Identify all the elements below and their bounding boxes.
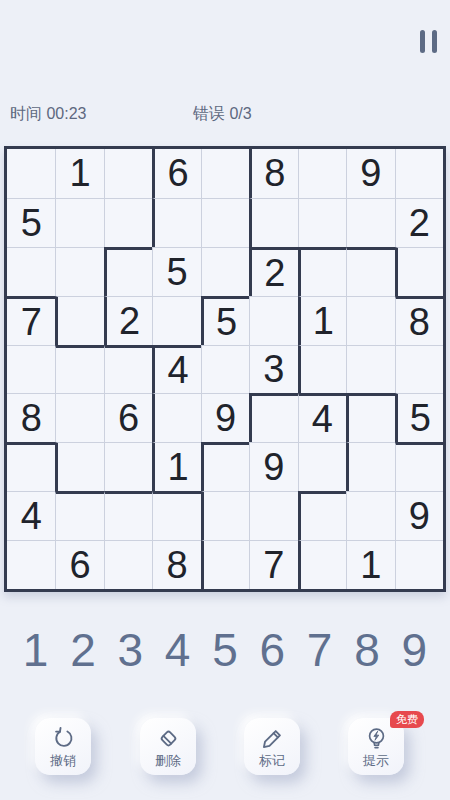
error-value: 0/3 (229, 105, 251, 122)
cell-r2c2[interactable] (55, 198, 103, 247)
timer-label: 时间 (10, 105, 42, 122)
cell-r6c2[interactable] (55, 393, 103, 442)
toolbar: 撤销 删除 标记 免费 提示 (0, 718, 450, 778)
cell-r3c6[interactable]: 2 (249, 247, 297, 296)
cell-r6c7[interactable]: 4 (298, 393, 346, 442)
cell-r5c7[interactable] (298, 345, 346, 394)
cell-r7c1[interactable] (7, 442, 55, 491)
cell-r5c2[interactable] (55, 345, 103, 394)
timer: 时间 00:23 (10, 104, 87, 125)
cell-r2c3[interactable] (104, 198, 152, 247)
cell-r7c9[interactable] (395, 442, 443, 491)
sudoku-board: 1689525272518438694519496871 (4, 146, 446, 592)
cell-r4c3[interactable]: 2 (104, 296, 152, 345)
hint-button[interactable]: 免费 提示 (348, 718, 404, 775)
hint-label: 提示 (363, 753, 389, 768)
cell-r7c8[interactable] (346, 442, 394, 491)
pad-key-1[interactable]: 1 (12, 622, 59, 678)
error-label: 错误 (193, 105, 225, 122)
cell-r4c9[interactable]: 8 (395, 296, 443, 345)
cell-r4c4[interactable] (152, 296, 200, 345)
cell-r1c2[interactable]: 1 (55, 149, 103, 198)
cell-r9c6[interactable]: 7 (249, 540, 297, 589)
hint-bulb-icon (363, 725, 390, 752)
cell-r5c8[interactable] (346, 345, 394, 394)
cell-r2c4[interactable] (152, 198, 200, 247)
eraser-icon (155, 725, 182, 752)
cell-r2c5[interactable] (201, 198, 249, 247)
pad-key-6[interactable]: 6 (249, 622, 296, 678)
cell-r8c7[interactable] (298, 491, 346, 540)
cell-r5c3[interactable] (104, 345, 152, 394)
notes-button[interactable]: 标记 (244, 718, 300, 775)
pad-key-2[interactable]: 2 (59, 622, 106, 678)
cell-r8c4[interactable] (152, 491, 200, 540)
cell-r3c3[interactable] (104, 247, 152, 296)
cell-r1c8[interactable]: 9 (346, 149, 394, 198)
cell-r5c1[interactable] (7, 345, 55, 394)
cell-r1c1[interactable] (7, 149, 55, 198)
cell-r6c5[interactable]: 9 (201, 393, 249, 442)
cell-r4c2[interactable] (55, 296, 103, 345)
cell-r4c1[interactable]: 7 (7, 296, 55, 345)
number-pad: 123456789 (12, 622, 438, 678)
pause-icon (420, 30, 425, 53)
cell-r8c8[interactable] (346, 491, 394, 540)
cell-r9c5[interactable] (201, 540, 249, 589)
undo-label: 撤销 (50, 753, 76, 768)
cell-r5c6[interactable]: 3 (249, 345, 297, 394)
cell-r3c8[interactable] (346, 247, 394, 296)
cell-r2c9[interactable]: 2 (395, 198, 443, 247)
cell-r1c6[interactable]: 8 (249, 149, 297, 198)
cell-r3c9[interactable] (395, 247, 443, 296)
pad-key-4[interactable]: 4 (154, 622, 201, 678)
cell-r5c9[interactable] (395, 345, 443, 394)
pad-key-3[interactable]: 3 (107, 622, 154, 678)
cell-r4c8[interactable] (346, 296, 394, 345)
cell-r9c9[interactable] (395, 540, 443, 589)
cell-r4c6[interactable] (249, 296, 297, 345)
pad-key-5[interactable]: 5 (201, 622, 248, 678)
timer-value: 00:23 (46, 105, 86, 122)
pad-key-7[interactable]: 7 (296, 622, 343, 678)
notes-label: 标记 (259, 753, 285, 768)
cell-r3c4[interactable]: 5 (152, 247, 200, 296)
pad-key-8[interactable]: 8 (343, 622, 390, 678)
cell-r9c8[interactable]: 1 (346, 540, 394, 589)
free-badge: 免费 (390, 711, 424, 728)
cell-r3c2[interactable] (55, 247, 103, 296)
cell-r7c4[interactable]: 1 (152, 442, 200, 491)
cell-r5c5[interactable] (201, 345, 249, 394)
pad-key-9[interactable]: 9 (391, 622, 438, 678)
cell-r7c6[interactable]: 9 (249, 442, 297, 491)
cell-r9c2[interactable]: 6 (55, 540, 103, 589)
cell-r6c1[interactable]: 8 (7, 393, 55, 442)
cell-r1c7[interactable] (298, 149, 346, 198)
cell-r3c1[interactable] (7, 247, 55, 296)
cell-r8c2[interactable] (55, 491, 103, 540)
cell-r8c9[interactable]: 9 (395, 491, 443, 540)
cell-r2c6[interactable] (249, 198, 297, 247)
cell-r6c4[interactable] (152, 393, 200, 442)
cell-r7c2[interactable] (55, 442, 103, 491)
cell-r6c3[interactable]: 6 (104, 393, 152, 442)
error-counter: 错误 0/3 (193, 104, 252, 125)
cell-r1c9[interactable] (395, 149, 443, 198)
cell-r9c3[interactable] (104, 540, 152, 589)
cell-r3c7[interactable] (298, 247, 346, 296)
cell-r1c3[interactable] (104, 149, 152, 198)
undo-button[interactable]: 撤销 (35, 718, 91, 775)
cell-r1c4[interactable]: 6 (152, 149, 200, 198)
status-bar: 时间 00:23 错误 0/3 (0, 104, 450, 126)
cell-r6c9[interactable]: 5 (395, 393, 443, 442)
cell-r1c5[interactable] (201, 149, 249, 198)
cell-r4c7[interactable]: 1 (298, 296, 346, 345)
cell-r9c7[interactable] (298, 540, 346, 589)
cell-r9c1[interactable] (7, 540, 55, 589)
cell-r3c5[interactable] (201, 247, 249, 296)
cell-r6c6[interactable] (249, 393, 297, 442)
erase-label: 删除 (155, 753, 181, 768)
cell-r2c1[interactable]: 5 (7, 198, 55, 247)
cell-r7c5[interactable] (201, 442, 249, 491)
pause-icon (432, 30, 437, 53)
cell-r7c3[interactable] (104, 442, 152, 491)
cell-r5c4[interactable]: 4 (152, 345, 200, 394)
cell-r2c7[interactable] (298, 198, 346, 247)
cell-r9c4[interactable]: 8 (152, 540, 200, 589)
cell-r7c7[interactable] (298, 442, 346, 491)
cell-r8c5[interactable] (201, 491, 249, 540)
cell-r8c1[interactable]: 4 (7, 491, 55, 540)
pause-button[interactable] (420, 30, 437, 53)
undo-icon (50, 725, 77, 752)
cell-r8c6[interactable] (249, 491, 297, 540)
pencil-icon (259, 725, 286, 752)
cell-r2c8[interactable] (346, 198, 394, 247)
cell-r4c5[interactable]: 5 (201, 296, 249, 345)
cell-r8c3[interactable] (104, 491, 152, 540)
cell-r6c8[interactable] (346, 393, 394, 442)
erase-button[interactable]: 删除 (140, 718, 196, 775)
